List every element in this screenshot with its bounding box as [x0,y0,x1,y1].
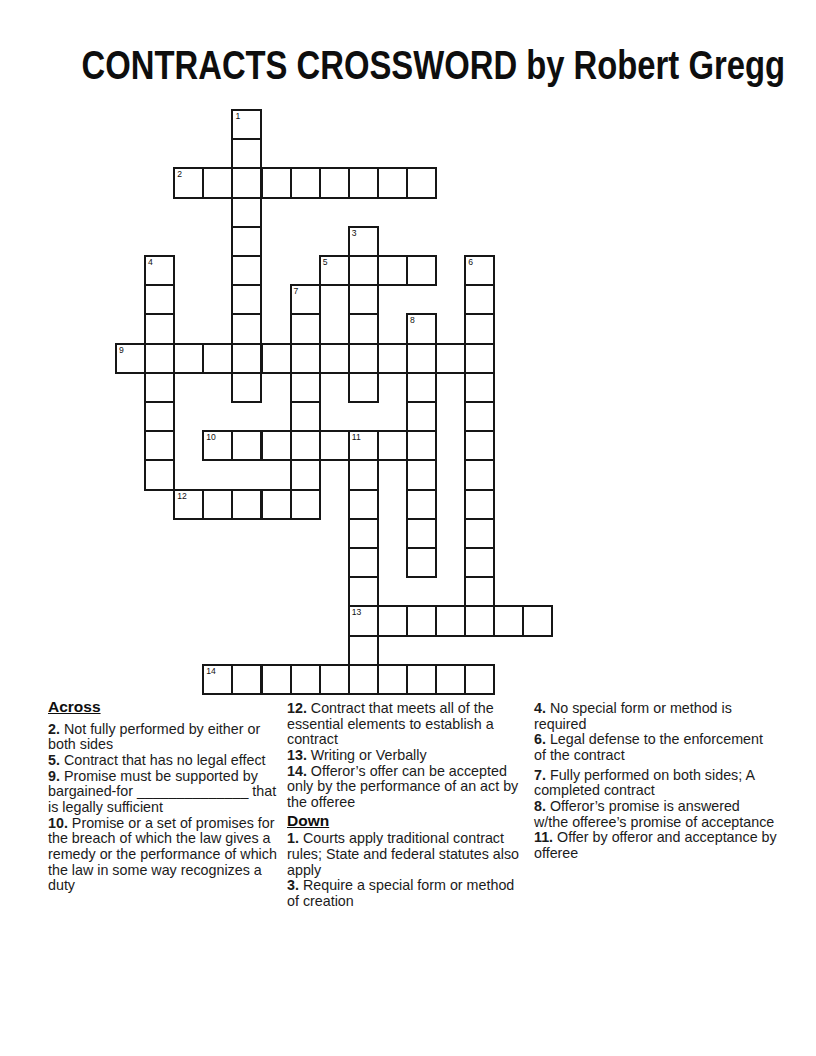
grid-cell-r11c8[interactable]: 11 [348,430,379,461]
grid-cell-r17c10[interactable] [406,605,437,636]
grid-cell-r8c3[interactable] [202,343,233,374]
grid-cell-r11c1[interactable] [144,430,175,461]
grid-cell-r2c2[interactable]: 2 [173,167,204,198]
grid-cell-r4c4[interactable] [231,226,262,257]
grid-cell-r12c8[interactable] [348,459,379,490]
grid-cell-r2c8[interactable] [348,167,379,198]
grid-cell-r12c1[interactable] [144,459,175,490]
grid-cell-r2c4[interactable] [231,167,262,198]
grid-cell-r9c8[interactable] [348,372,379,403]
grid-cell-r8c9[interactable] [377,343,408,374]
down-heading: Down [287,813,530,829]
clue-number-label: 4. [534,700,546,716]
grid-cell-r7c4[interactable] [231,313,262,344]
grid-cell-r13c6[interactable] [290,489,321,520]
across-heading: Across [48,699,282,715]
grid-cell-r17c11[interactable] [435,605,466,636]
grid-cell-r17c8[interactable]: 13 [348,605,379,636]
grid-cell-r12c12[interactable] [464,459,495,490]
clue-down-6: 6. Legal defense to the enforcement of t… [534,732,777,763]
grid-cell-r7c10[interactable]: 8 [406,313,437,344]
clue-down-1: 1. Courts apply traditional contract rul… [287,831,530,878]
grid-cell-r19c12[interactable] [464,664,495,695]
clue-number-label: 14. [287,763,307,779]
grid-cell-r9c6[interactable] [290,372,321,403]
clue-down-8: 8. Offeror’s promise is answered w/the o… [534,799,777,830]
grid-cell-r7c12[interactable] [464,313,495,344]
grid-cell-r8c5[interactable] [261,343,292,374]
grid-cell-r6c6[interactable]: 7 [290,284,321,315]
grid-cell-r19c4[interactable] [231,664,262,695]
clue-across-9: 9. Promise must be supported by bargaine… [48,769,282,816]
grid-cell-r11c12[interactable] [464,430,495,461]
grid-cell-r19c3[interactable]: 14 [202,664,233,695]
clue-column-middle: 12. Contract that meets all of the essen… [287,701,530,910]
grid-cell-r8c7[interactable] [319,343,350,374]
grid-cell-r13c4[interactable] [231,489,262,520]
clue-down-4: 4. No special form or method is required [534,701,777,732]
grid-cell-r8c0[interactable]: 9 [115,343,146,374]
grid-cell-r5c4[interactable] [231,255,262,286]
grid-cell-r6c4[interactable] [231,284,262,315]
grid-cell-r19c7[interactable] [319,664,350,695]
grid-cell-r13c5[interactable] [261,489,292,520]
grid-cell-r11c5[interactable] [261,430,292,461]
grid-cell-r8c8[interactable] [348,343,379,374]
clue-number-label: 2. [48,721,60,737]
grid-cell-r8c4[interactable] [231,343,262,374]
clue-number-label: 1. [287,830,299,846]
grid-cell-r19c8[interactable] [348,664,379,695]
clue-column-right: 4. No special form or method is required… [534,701,777,862]
grid-cell-r6c12[interactable] [464,284,495,315]
grid-cell-r12c10[interactable] [406,459,437,490]
clue-number-10: 10 [206,433,216,442]
grid-cell-r15c8[interactable] [348,547,379,578]
grid-cell-r8c10[interactable] [406,343,437,374]
grid-cell-r8c12[interactable] [464,343,495,374]
grid-cell-r2c6[interactable] [290,167,321,198]
clue-down-7: 7. Fully performed on both sides; A comp… [534,768,777,799]
grid-cell-r8c1[interactable] [144,343,175,374]
clue-column-left: Across2. Not fully performed by either o… [48,699,282,894]
clue-across-14: 14. Offeror’s offer can be accepted only… [287,764,530,811]
clue-number-label: 12. [287,700,307,716]
grid-cell-r11c7[interactable] [319,430,350,461]
clue-number-3: 3 [352,229,357,238]
grid-cell-r16c12[interactable] [464,576,495,607]
grid-cell-r6c1[interactable] [144,284,175,315]
clue-number-4: 4 [148,258,153,267]
clue-number-label: 6. [534,731,546,747]
grid-cell-r17c12[interactable] [464,605,495,636]
clue-across-10: 10. Promise or a set of promises for the… [48,816,282,894]
grid-cell-r16c8[interactable] [348,576,379,607]
grid-cell-r19c6[interactable] [290,664,321,695]
clue-across-5: 5. Contract that has no legal effect [48,753,282,769]
grid-cell-r2c3[interactable] [202,167,233,198]
clue-number-label: 8. [534,798,546,814]
grid-cell-r9c4[interactable] [231,372,262,403]
grid-cell-r11c3[interactable]: 10 [202,430,233,461]
clue-number-label: 5. [48,752,60,768]
grid-cell-r4c8[interactable]: 3 [348,226,379,257]
grid-cell-r5c10[interactable] [406,255,437,286]
grid-cell-r7c6[interactable] [290,313,321,344]
grid-cell-r10c12[interactable] [464,401,495,432]
clue-number-label: 7. [534,767,546,783]
grid-cell-r11c4[interactable] [231,430,262,461]
grid-cell-r0c4[interactable]: 1 [231,109,262,140]
page-title: CONTRACTS CROSSWORD by Robert Gregg [82,42,735,89]
grid-cell-r19c10[interactable] [406,664,437,695]
clue-down-3: 3. Require a special form or method of c… [287,878,530,909]
grid-cell-r9c12[interactable] [464,372,495,403]
grid-cell-r5c9[interactable] [377,255,408,286]
grid-cell-r1c4[interactable] [231,138,262,169]
grid-cell-r13c8[interactable] [348,489,379,520]
clue-number-7: 7 [294,287,299,296]
clue-number-11: 11 [352,433,361,442]
clue-number-12: 12 [177,492,187,501]
grid-cell-r17c9[interactable] [377,605,408,636]
grid-cell-r11c10[interactable] [406,430,437,461]
clue-number-label: 13. [287,747,307,763]
grid-cell-r2c5[interactable] [261,167,292,198]
grid-cell-r17c13[interactable] [493,605,524,636]
clue-number-8: 8 [410,316,415,325]
grid-cell-r2c7[interactable] [319,167,350,198]
clue-number-1: 1 [235,112,240,121]
crossword-grid: 1234567891011121314 [115,109,556,697]
grid-cell-r11c9[interactable] [377,430,408,461]
grid-cell-r15c12[interactable] [464,547,495,578]
clue-number-label: 11. [534,829,553,845]
clue-number-6: 6 [468,258,473,267]
grid-cell-r3c4[interactable] [231,197,262,228]
grid-cell-r13c12[interactable] [464,489,495,520]
clue-across-12: 12. Contract that meets all of the essen… [287,701,530,748]
grid-cell-r5c1[interactable]: 4 [144,255,175,286]
grid-cell-r14c8[interactable] [348,518,379,549]
grid-cell-r19c9[interactable] [377,664,408,695]
grid-cell-r14c12[interactable] [464,518,495,549]
grid-cell-r12c6[interactable] [290,459,321,490]
grid-cell-r8c2[interactable] [173,343,204,374]
clue-number-label: 3. [287,877,299,893]
grid-cell-r6c8[interactable] [348,284,379,315]
clue-number-13: 13 [352,608,362,617]
clue-across-13: 13. Writing or Verbally [287,748,530,764]
grid-cell-r8c6[interactable] [290,343,321,374]
grid-cell-r10c6[interactable] [290,401,321,432]
clue-number-14: 14 [206,667,216,676]
grid-cell-r9c10[interactable] [406,372,437,403]
grid-cell-r7c8[interactable] [348,313,379,344]
grid-cell-r13c10[interactable] [406,489,437,520]
grid-cell-r14c10[interactable] [406,518,437,549]
grid-cell-r5c8[interactable] [348,255,379,286]
grid-cell-r5c7[interactable]: 5 [319,255,350,286]
clue-number-label: 10. [48,815,68,831]
grid-cell-r15c10[interactable] [406,547,437,578]
grid-cell-r17c14[interactable] [522,605,553,636]
grid-cell-r9c1[interactable] [144,372,175,403]
clue-number-5: 5 [323,258,328,267]
grid-cell-r18c8[interactable] [348,635,379,666]
clue-down-11: 11. Offer by offeror and acceptance by o… [534,830,777,861]
clue-number-label: 9. [48,768,60,784]
grid-cell-r5c12[interactable]: 6 [464,255,495,286]
clue-across-2: 2. Not fully performed by either or both… [48,722,282,753]
crossword-page: CONTRACTS CROSSWORD by Robert Gregg 1234… [0,0,816,1056]
grid-cell-r11c6[interactable] [290,430,321,461]
clue-number-2: 2 [177,170,182,179]
clue-number-9: 9 [119,346,124,355]
grid-cell-r2c9[interactable] [377,167,408,198]
grid-cell-r13c3[interactable] [202,489,233,520]
grid-cell-r2c10[interactable] [406,167,437,198]
grid-cell-r10c1[interactable] [144,401,175,432]
grid-cell-r13c2[interactable]: 12 [173,489,204,520]
grid-cell-r7c1[interactable] [144,313,175,344]
grid-cell-r19c5[interactable] [261,664,292,695]
grid-cell-r8c11[interactable] [435,343,466,374]
grid-cell-r19c11[interactable] [435,664,466,695]
grid-cell-r10c10[interactable] [406,401,437,432]
